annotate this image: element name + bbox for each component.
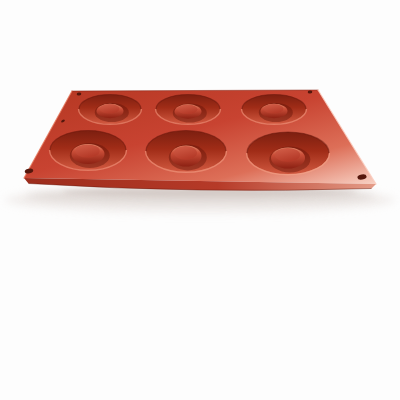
bump-top (100, 104, 120, 114)
photo-canvas (0, 0, 400, 400)
mold-cavities (50, 95, 330, 175)
bump-top (264, 104, 284, 114)
mold-cavity-r2c2 (146, 131, 227, 173)
bump-top (178, 105, 198, 115)
mold-cavity-r1c2 (156, 95, 221, 125)
mold-cavity-r2c3 (247, 132, 330, 175)
mold-cavity-r2c1 (50, 131, 127, 171)
mold-cavity-r1c1 (79, 95, 142, 125)
product-photo (0, 0, 400, 400)
bump-top (275, 148, 300, 162)
drop-shadow (5, 187, 395, 213)
bump-top (75, 144, 99, 157)
bump-top (174, 146, 197, 160)
mold-cavity-r1c3 (242, 95, 307, 125)
